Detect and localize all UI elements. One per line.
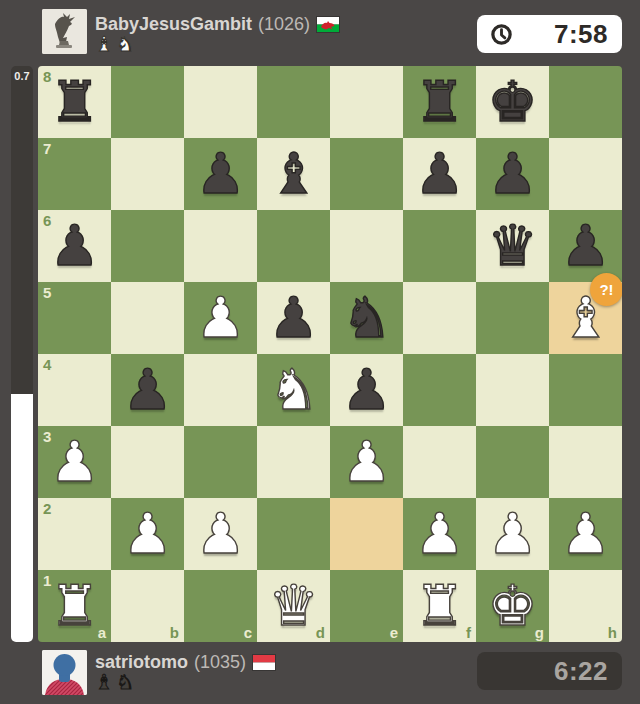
square-d2[interactable] bbox=[257, 498, 330, 570]
bottom-player-avatar[interactable] bbox=[42, 650, 87, 695]
gryphon-avatar-image bbox=[42, 9, 87, 54]
game-screen: BabyJesusGambit (1026) ♝♞ 7:58 0.7 8♜♜♚7… bbox=[0, 0, 640, 704]
black-pawn[interactable]: ♟ bbox=[487, 146, 537, 202]
square-e4[interactable]: ♟ bbox=[330, 354, 403, 426]
black-king[interactable]: ♚ bbox=[487, 74, 537, 130]
white-pawn[interactable]: ♟ bbox=[487, 506, 537, 562]
bottom-clock-time: 6:22 bbox=[477, 656, 622, 687]
square-f8[interactable]: ♜ bbox=[403, 66, 476, 138]
square-a4[interactable]: 4 bbox=[38, 354, 111, 426]
square-b5[interactable] bbox=[111, 282, 184, 354]
square-f3[interactable] bbox=[403, 426, 476, 498]
white-rook[interactable]: ♜ bbox=[49, 578, 99, 634]
top-clock-time: 7:58 bbox=[513, 19, 622, 50]
top-clock: 7:58 bbox=[477, 15, 622, 53]
square-b1[interactable]: b bbox=[111, 570, 184, 642]
black-pawn[interactable]: ♟ bbox=[414, 146, 464, 202]
inaccuracy-badge: ?! bbox=[590, 273, 622, 306]
black-bishop[interactable]: ♝ bbox=[268, 146, 318, 202]
indonesia-flag-icon bbox=[253, 655, 275, 670]
square-e1[interactable]: e bbox=[330, 570, 403, 642]
white-pawn[interactable]: ♟ bbox=[341, 434, 391, 490]
white-pawn[interactable]: ♟ bbox=[414, 506, 464, 562]
file-label-e: e bbox=[390, 625, 398, 640]
black-pawn[interactable]: ♟ bbox=[195, 146, 245, 202]
white-pawn[interactable]: ♟ bbox=[122, 506, 172, 562]
white-queen[interactable]: ♛ bbox=[268, 578, 318, 634]
square-a1[interactable]: 1a♜ bbox=[38, 570, 111, 642]
top-player-avatar[interactable] bbox=[42, 9, 87, 54]
square-d8[interactable] bbox=[257, 66, 330, 138]
person-avatar-image bbox=[42, 650, 87, 695]
square-h1[interactable]: h bbox=[549, 570, 622, 642]
square-b3[interactable] bbox=[111, 426, 184, 498]
file-label-g: g bbox=[535, 625, 544, 640]
black-pawn[interactable]: ♟ bbox=[49, 218, 99, 274]
square-c2[interactable]: ♟ bbox=[184, 498, 257, 570]
square-g6[interactable]: ♛ bbox=[476, 210, 549, 282]
black-pawn[interactable]: ♟ bbox=[341, 362, 391, 418]
rank-label-8: 8 bbox=[43, 69, 51, 84]
square-a8[interactable]: 8♜ bbox=[38, 66, 111, 138]
black-pawn[interactable]: ♟ bbox=[122, 362, 172, 418]
captured-white-bishop: ♝ bbox=[95, 34, 113, 54]
square-e7[interactable] bbox=[330, 138, 403, 210]
square-b2[interactable]: ♟ bbox=[111, 498, 184, 570]
square-a5[interactable]: 5 bbox=[38, 282, 111, 354]
square-c3[interactable] bbox=[184, 426, 257, 498]
white-pawn[interactable]: ♟ bbox=[195, 290, 245, 346]
square-g5[interactable] bbox=[476, 282, 549, 354]
square-f2[interactable]: ♟ bbox=[403, 498, 476, 570]
square-g1[interactable]: g♚ bbox=[476, 570, 549, 642]
square-f6[interactable] bbox=[403, 210, 476, 282]
top-player-rating: (1026) bbox=[258, 14, 310, 35]
square-d5[interactable]: ♟ bbox=[257, 282, 330, 354]
file-label-b: b bbox=[170, 625, 179, 640]
square-g8[interactable]: ♚ bbox=[476, 66, 549, 138]
square-b6[interactable] bbox=[111, 210, 184, 282]
white-knight[interactable]: ♞ bbox=[268, 362, 318, 418]
file-label-a: a bbox=[98, 625, 106, 640]
top-captured-tray: ♝♞ bbox=[95, 34, 134, 54]
square-f7[interactable]: ♟ bbox=[403, 138, 476, 210]
black-rook[interactable]: ♜ bbox=[414, 74, 464, 130]
square-h4[interactable] bbox=[549, 354, 622, 426]
square-a7[interactable]: 7 bbox=[38, 138, 111, 210]
white-pawn[interactable]: ♟ bbox=[195, 506, 245, 562]
square-g7[interactable]: ♟ bbox=[476, 138, 549, 210]
square-c7[interactable]: ♟ bbox=[184, 138, 257, 210]
square-c8[interactable] bbox=[184, 66, 257, 138]
square-g2[interactable]: ♟ bbox=[476, 498, 549, 570]
square-h8[interactable] bbox=[549, 66, 622, 138]
file-label-d: d bbox=[316, 625, 325, 640]
square-h7[interactable] bbox=[549, 138, 622, 210]
square-f4[interactable] bbox=[403, 354, 476, 426]
captured-black-bishop: ♝ bbox=[95, 672, 113, 692]
square-h2[interactable]: ♟ bbox=[549, 498, 622, 570]
rank-label-4: 4 bbox=[43, 357, 51, 372]
evaluation-bar-white-section bbox=[11, 394, 33, 642]
square-e3[interactable]: ♟ bbox=[330, 426, 403, 498]
white-rook[interactable]: ♜ bbox=[414, 578, 464, 634]
black-pawn[interactable]: ♟ bbox=[560, 218, 610, 274]
captured-white-knight: ♞ bbox=[116, 34, 134, 54]
square-a3[interactable]: 3♟ bbox=[38, 426, 111, 498]
black-knight[interactable]: ♞ bbox=[341, 290, 391, 346]
square-h5[interactable]: ♝?! bbox=[549, 282, 622, 354]
rank-label-7: 7 bbox=[43, 141, 51, 156]
clock-icon bbox=[490, 23, 513, 46]
square-d3[interactable] bbox=[257, 426, 330, 498]
square-c1[interactable]: c bbox=[184, 570, 257, 642]
square-b4[interactable]: ♟ bbox=[111, 354, 184, 426]
square-e8[interactable] bbox=[330, 66, 403, 138]
square-b7[interactable] bbox=[111, 138, 184, 210]
square-d1[interactable]: d♛ bbox=[257, 570, 330, 642]
wales-flag-icon bbox=[317, 17, 339, 32]
bottom-captured-tray: ♝♞ bbox=[95, 672, 134, 692]
square-f5[interactable] bbox=[403, 282, 476, 354]
square-a6[interactable]: 6♟ bbox=[38, 210, 111, 282]
square-e6[interactable] bbox=[330, 210, 403, 282]
square-d6[interactable] bbox=[257, 210, 330, 282]
square-d7[interactable]: ♝ bbox=[257, 138, 330, 210]
rank-label-6: 6 bbox=[43, 213, 51, 228]
square-g3[interactable] bbox=[476, 426, 549, 498]
evaluation-bar: 0.7 bbox=[11, 66, 33, 642]
evaluation-value: 0.7 bbox=[11, 70, 33, 82]
square-c5[interactable]: ♟ bbox=[184, 282, 257, 354]
square-h3[interactable] bbox=[549, 426, 622, 498]
rank-label-5: 5 bbox=[43, 285, 51, 300]
file-label-c: c bbox=[244, 625, 252, 640]
square-g4[interactable] bbox=[476, 354, 549, 426]
rank-label-1: 1 bbox=[43, 573, 51, 588]
bottom-clock: 6:22 bbox=[477, 652, 622, 690]
square-d4[interactable]: ♞ bbox=[257, 354, 330, 426]
square-f1[interactable]: f♜ bbox=[403, 570, 476, 642]
rank-label-2: 2 bbox=[43, 501, 51, 516]
bottom-player-rating: (1035) bbox=[194, 652, 246, 673]
captured-black-knight: ♞ bbox=[116, 672, 134, 692]
square-a2[interactable]: 2 bbox=[38, 498, 111, 570]
square-e5[interactable]: ♞ bbox=[330, 282, 403, 354]
black-rook[interactable]: ♜ bbox=[49, 74, 99, 130]
white-pawn[interactable]: ♟ bbox=[560, 506, 610, 562]
square-c6[interactable] bbox=[184, 210, 257, 282]
white-pawn[interactable]: ♟ bbox=[49, 434, 99, 490]
black-queen[interactable]: ♛ bbox=[487, 218, 537, 274]
white-king[interactable]: ♚ bbox=[487, 578, 537, 634]
chess-board: 8♜♜♚7♟♝♟♟6♟♛♟5♟♟♞♝?!4♟♞♟3♟♟2♟♟♟♟♟1a♜bcd♛… bbox=[38, 66, 622, 642]
black-pawn[interactable]: ♟ bbox=[268, 290, 318, 346]
square-h6[interactable]: ♟ bbox=[549, 210, 622, 282]
file-label-h: h bbox=[608, 625, 617, 640]
square-c4[interactable] bbox=[184, 354, 257, 426]
file-label-f: f bbox=[466, 625, 471, 640]
rank-label-3: 3 bbox=[43, 429, 51, 444]
square-b8[interactable] bbox=[111, 66, 184, 138]
square-e2[interactable] bbox=[330, 498, 403, 570]
